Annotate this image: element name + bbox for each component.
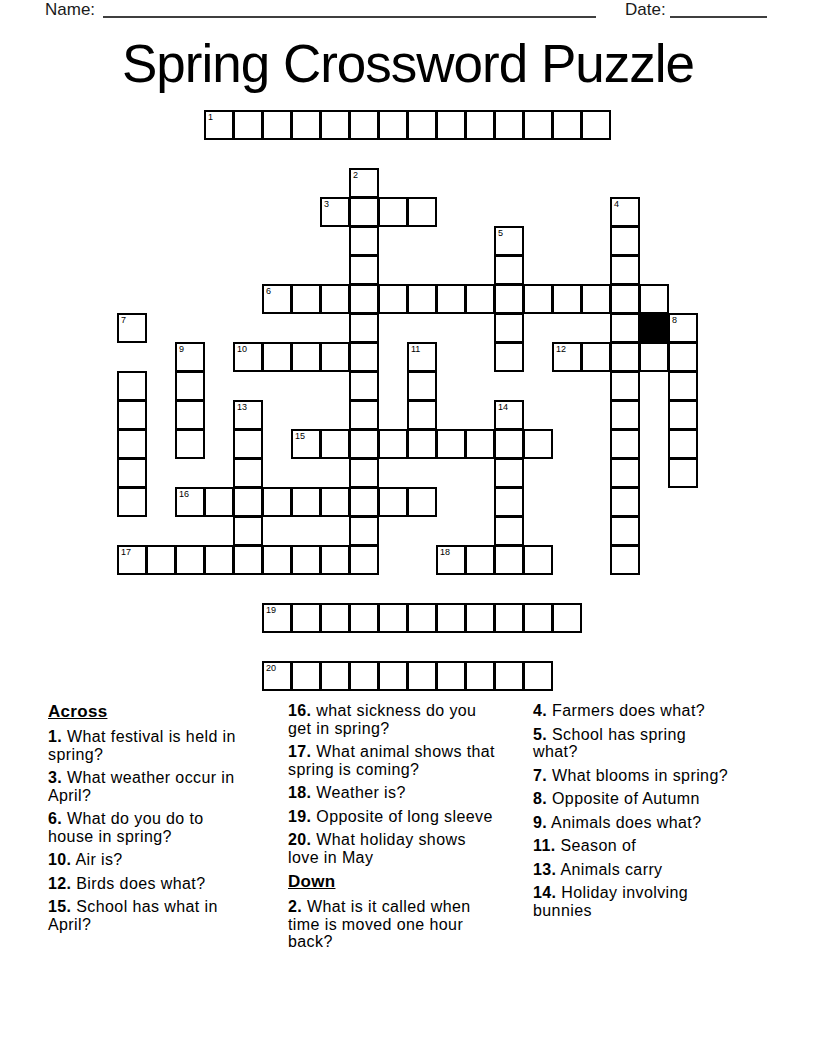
cell-r15c1[interactable] [146,545,176,575]
clue-number-2: 2 [353,170,358,180]
clue-9-number: 9. [533,814,547,831]
clue-3-text: What weather occur in April? [48,769,235,804]
cell-r8c5[interactable] [262,342,292,372]
cell-r0c5[interactable] [262,110,292,140]
clue-number-18: 18 [440,547,450,557]
cell-r15c14[interactable] [523,545,553,575]
clue-number-10: 10 [237,344,247,354]
cell-r9c17[interactable] [610,371,640,401]
clue-5-text: School has spring what? [533,726,686,761]
cell-r17c14[interactable] [523,603,553,633]
cell-r15c5[interactable] [262,545,292,575]
clue-7: 7. What blooms in spring? [533,767,751,785]
cell-r14c8[interactable] [349,516,379,546]
cell-r8c10[interactable]: 11 [407,342,437,372]
cell-r14c17[interactable] [610,516,640,546]
cell-r3c9[interactable] [378,197,408,227]
cell-r7c8[interactable] [349,313,379,343]
clue-15-number: 15. [48,898,71,915]
cell-r10c4[interactable]: 13 [233,400,263,430]
cell-r17c10[interactable] [407,603,437,633]
cell-r15c2[interactable] [175,545,205,575]
cell-r8c15[interactable]: 12 [552,342,582,372]
clue-number-6: 6 [266,286,271,296]
crossword-grid: 1234567891011121314151617181920 [117,110,699,692]
cell-r8c17[interactable] [610,342,640,372]
cell-r19c8[interactable] [349,661,379,691]
cell-r8c19[interactable] [668,342,698,372]
cell-r8c2[interactable]: 9 [175,342,205,372]
cell-r12c4[interactable] [233,458,263,488]
cell-r10c19[interactable] [668,400,698,430]
cell-r17c12[interactable] [465,603,495,633]
cell-r6c8[interactable] [349,284,379,314]
cell-r6c17[interactable] [610,284,640,314]
cell-r9c10[interactable] [407,371,437,401]
cell-r6c13[interactable] [494,284,524,314]
clue-3: 3. What weather occur in April? [48,769,283,804]
across-heading: Across [48,702,283,721]
cell-r9c2[interactable] [175,371,205,401]
cell-r17c9[interactable] [378,603,408,633]
clue-6-number: 6. [48,810,62,827]
cell-r0c7[interactable] [320,110,350,140]
cell-r4c13[interactable]: 5 [494,226,524,256]
clue-4-number: 4. [533,702,547,719]
clue-number-7: 7 [121,315,126,325]
cell-r12c19[interactable] [668,458,698,488]
clue-6: 6. What do you do to house in spring? [48,810,283,845]
cell-r0c12[interactable] [465,110,495,140]
clue-10: 10. Air is? [48,851,283,869]
cell-r15c0[interactable]: 17 [117,545,147,575]
clue-number-8: 8 [672,315,677,325]
cell-r11c19[interactable] [668,429,698,459]
name-label: Name: [45,1,95,19]
cell-r19c14[interactable] [523,661,553,691]
clue-16: 16. what sickness do you get in spring? [288,702,533,737]
clue-1-text: What festival is held in spring? [48,728,236,763]
clue-12-number: 12. [48,875,71,892]
cell-r3c7[interactable]: 3 [320,197,350,227]
clue-number-1: 1 [208,112,213,122]
cell-r15c13[interactable] [494,545,524,575]
cell-r19c12[interactable] [465,661,495,691]
cell-r7c0[interactable]: 7 [117,313,147,343]
cell-r6c7[interactable] [320,284,350,314]
cell-r13c17[interactable] [610,487,640,517]
cell-r10c17[interactable] [610,400,640,430]
clue-14: 14. Holiday involving bunnies [533,884,751,919]
cell-r12c8[interactable] [349,458,379,488]
cell-r11c0[interactable] [117,429,147,459]
clue-column-1: Across1. What festival is held in spring… [48,702,283,939]
cell-r9c0[interactable] [117,371,147,401]
cell-r14c4[interactable] [233,516,263,546]
clue-9-text: Animals does what? [547,814,701,831]
clue-19-text: Opposite of long sleeve [311,808,492,825]
cell-r13c9[interactable] [378,487,408,517]
clue-4: 4. Farmers does what? [533,702,751,720]
cell-r15c17[interactable] [610,545,640,575]
cell-r7c19[interactable]: 8 [668,313,698,343]
clue-10-number: 10. [48,851,71,868]
cell-r15c8[interactable] [349,545,379,575]
cell-r0c6[interactable] [291,110,321,140]
cell-r6c9[interactable] [378,284,408,314]
clue-4-text: Farmers does what? [547,702,705,719]
cell-r12c17[interactable] [610,458,640,488]
clue-number-3: 3 [324,199,329,209]
clue-19-number: 19. [288,808,311,825]
cell-r8c4[interactable]: 10 [233,342,263,372]
clue-number-15: 15 [295,431,305,441]
cell-r11c7[interactable] [320,429,350,459]
cell-r10c2[interactable] [175,400,205,430]
clue-number-16: 16 [179,489,189,499]
cell-r13c7[interactable] [320,487,350,517]
cell-r11c2[interactable] [175,429,205,459]
cell-r8c18[interactable] [639,342,669,372]
cell-r13c6[interactable] [291,487,321,517]
clue-15: 15. School has what in April? [48,898,283,933]
clue-10-text: Air is? [71,851,122,868]
cell-r0c14[interactable] [523,110,553,140]
clue-number-9: 9 [179,344,184,354]
clue-19: 19. Opposite of long sleeve [288,808,533,826]
cell-r11c14[interactable] [523,429,553,459]
clue-13-text: Animals carry [556,861,662,878]
cell-r11c12[interactable] [465,429,495,459]
clue-number-20: 20 [266,663,276,673]
down-heading: Down [288,872,533,891]
cell-r2c8[interactable]: 2 [349,168,379,198]
cell-r0c8[interactable] [349,110,379,140]
cell-r0c16[interactable] [581,110,611,140]
clue-column-2: 16. what sickness do you get in spring?1… [288,702,533,957]
clue-14-text: Holiday involving bunnies [533,884,688,919]
cell-r13c3[interactable] [204,487,234,517]
cell-r15c7[interactable] [320,545,350,575]
clue-11-text: Season of [556,837,637,854]
cell-r17c15[interactable] [552,603,582,633]
clue-number-11: 11 [411,344,420,354]
cell-r0c3[interactable]: 1 [204,110,234,140]
cell-r15c11[interactable]: 18 [436,545,466,575]
cell-r11c13[interactable] [494,429,524,459]
clue-18-text: Weather is? [311,784,405,801]
cell-r3c8[interactable] [349,197,379,227]
clue-15-text: School has what in April? [48,898,218,933]
cell-r9c19[interactable] [668,371,698,401]
clue-12: 12. Birds does what? [48,875,283,893]
cell-r0c13[interactable] [494,110,524,140]
clue-20-text: What holiday shows love in May [288,831,466,866]
cell-r7c17[interactable] [610,313,640,343]
clue-6-text: What do you do to house in spring? [48,810,204,845]
clue-number-5: 5 [498,228,503,238]
page-title: Spring Crossword Puzzle [0,36,816,92]
cell-r6c14[interactable] [523,284,553,314]
cell-r17c13[interactable] [494,603,524,633]
clue-number-13: 13 [237,402,247,412]
cell-r5c17[interactable] [610,255,640,285]
clue-5-number: 5. [533,726,547,743]
date-label: Date: [625,1,666,19]
cell-r6c16[interactable] [581,284,611,314]
cell-r3c10[interactable] [407,197,437,227]
cell-r13c8[interactable] [349,487,379,517]
clue-12-text: Birds does what? [71,875,205,892]
cell-r12c13[interactable] [494,458,524,488]
cell-r11c6[interactable]: 15 [291,429,321,459]
cell-r17c8[interactable] [349,603,379,633]
clue-17-number: 17. [288,743,311,760]
clue-2: 2. What is it called when time is moved … [288,898,533,951]
cell-r10c13[interactable]: 14 [494,400,524,430]
cell-r5c13[interactable] [494,255,524,285]
clue-18: 18. Weather is? [288,784,533,802]
cell-r17c11[interactable] [436,603,466,633]
black-cell-r7c18 [639,313,669,343]
cell-r10c10[interactable] [407,400,437,430]
cell-r13c13[interactable] [494,487,524,517]
cell-r19c13[interactable] [494,661,524,691]
cell-r19c7[interactable] [320,661,350,691]
cell-r15c6[interactable] [291,545,321,575]
cell-r6c15[interactable] [552,284,582,314]
clue-8-number: 8. [533,790,547,807]
clue-number-17: 17 [121,547,131,557]
cell-r13c4[interactable] [233,487,263,517]
cell-r0c9[interactable] [378,110,408,140]
cell-r14c13[interactable] [494,516,524,546]
cell-r13c5[interactable] [262,487,292,517]
cell-r9c8[interactable] [349,371,379,401]
cell-r8c16[interactable] [581,342,611,372]
clue-11-number: 11. [533,837,556,854]
cell-r11c10[interactable] [407,429,437,459]
clue-number-12: 12 [556,344,566,354]
cell-r0c11[interactable] [436,110,466,140]
clue-13: 13. Animals carry [533,861,751,879]
cell-r0c4[interactable] [233,110,263,140]
cell-r13c2[interactable]: 16 [175,487,205,517]
cell-r15c3[interactable] [204,545,234,575]
cell-r11c11[interactable] [436,429,466,459]
date-input-line[interactable] [670,16,767,18]
clue-7-text: What blooms in spring? [547,767,728,784]
cell-r19c5[interactable]: 20 [262,661,292,691]
cell-r17c5[interactable]: 19 [262,603,292,633]
cell-r11c17[interactable] [610,429,640,459]
clue-16-number: 16. [288,702,311,719]
clue-number-4: 4 [614,199,619,209]
cell-r5c8[interactable] [349,255,379,285]
cell-r3c17[interactable]: 4 [610,197,640,227]
cell-r19c11[interactable] [436,661,466,691]
cell-r12c0[interactable] [117,458,147,488]
clue-8: 8. Opposite of Autumn [533,790,751,808]
clue-5: 5. School has spring what? [533,726,751,761]
cell-r4c17[interactable] [610,226,640,256]
clue-13-number: 13. [533,861,556,878]
cell-r17c6[interactable] [291,603,321,633]
cell-r15c12[interactable] [465,545,495,575]
cell-r7c13[interactable] [494,313,524,343]
cell-r13c10[interactable] [407,487,437,517]
cell-r19c9[interactable] [378,661,408,691]
clue-9: 9. Animals does what? [533,814,751,832]
cell-r6c18[interactable] [639,284,669,314]
cell-r8c8[interactable] [349,342,379,372]
clue-11: 11. Season of [533,837,751,855]
cell-r11c9[interactable] [378,429,408,459]
cell-r19c10[interactable] [407,661,437,691]
clue-number-14: 14 [498,402,508,412]
cell-r6c12[interactable] [465,284,495,314]
clue-column-3: 4. Farmers does what?5. School has sprin… [533,702,751,925]
clue-17-text: What animal shows that spring is coming? [288,743,495,778]
clue-20-number: 20. [288,831,311,848]
clue-8-text: Opposite of Autumn [547,790,700,807]
cell-r13c0[interactable] [117,487,147,517]
cell-r10c0[interactable] [117,400,147,430]
clue-3-number: 3. [48,769,62,786]
clue-20: 20. What holiday shows love in May [288,831,533,866]
cell-r4c8[interactable] [349,226,379,256]
cell-r6c5[interactable]: 6 [262,284,292,314]
cell-r8c7[interactable] [320,342,350,372]
clue-2-text: What is it called when time is moved one… [288,898,471,950]
clue-1: 1. What festival is held in spring? [48,728,283,763]
clue-18-number: 18. [288,784,311,801]
name-input-line[interactable] [103,16,596,18]
cell-r6c10[interactable] [407,284,437,314]
cell-r0c15[interactable] [552,110,582,140]
cell-r15c4[interactable] [233,545,263,575]
clue-16-text: what sickness do you get in spring? [288,702,476,737]
cell-r11c8[interactable] [349,429,379,459]
cell-r8c6[interactable] [291,342,321,372]
cell-r8c13[interactable] [494,342,524,372]
worksheet-page: Name: Date: Spring Crossword Puzzle 1234… [0,0,816,1056]
cell-r19c6[interactable] [291,661,321,691]
clue-7-number: 7. [533,767,547,784]
cell-r6c11[interactable] [436,284,466,314]
cell-r17c7[interactable] [320,603,350,633]
clue-number-19: 19 [266,605,276,615]
clue-14-number: 14. [533,884,556,901]
clue-17: 17. What animal shows that spring is com… [288,743,533,778]
cell-r10c8[interactable] [349,400,379,430]
cell-r0c10[interactable] [407,110,437,140]
cell-r6c6[interactable] [291,284,321,314]
clue-2-number: 2. [288,898,302,915]
clue-1-number: 1. [48,728,62,745]
cell-r11c4[interactable] [233,429,263,459]
